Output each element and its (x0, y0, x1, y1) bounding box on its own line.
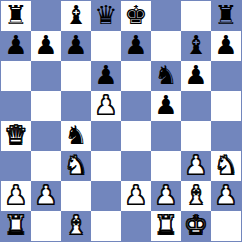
square-h6[interactable] (211, 61, 241, 91)
square-e6[interactable] (121, 61, 151, 91)
square-g5[interactable] (181, 91, 211, 121)
square-b4[interactable] (31, 121, 61, 151)
square-e1[interactable] (121, 211, 151, 241)
square-d1[interactable] (91, 211, 121, 241)
square-d2[interactable] (91, 181, 121, 211)
square-g1[interactable]: ♚ (181, 211, 211, 241)
square-e4[interactable] (121, 121, 151, 151)
square-a4[interactable]: ♛ (1, 121, 31, 151)
square-a2[interactable]: ♟ (1, 181, 31, 211)
black-queen-piece[interactable]: ♛ (94, 2, 117, 28)
square-h7[interactable]: ♟ (211, 31, 241, 61)
black-rook-piece[interactable]: ♜ (4, 2, 27, 28)
black-pawn-piece[interactable]: ♟ (4, 32, 27, 58)
black-bishop-piece[interactable]: ♝ (184, 32, 207, 58)
square-h2[interactable]: ♟ (211, 181, 241, 211)
black-pawn-piece[interactable]: ♟ (94, 62, 117, 88)
square-h8[interactable]: ♜ (211, 1, 241, 31)
black-knight-piece[interactable]: ♞ (64, 122, 87, 148)
square-e8[interactable]: ♚ (121, 1, 151, 31)
square-b3[interactable] (31, 151, 61, 181)
black-pawn-piece[interactable]: ♟ (34, 32, 57, 58)
white-pawn-piece[interactable]: ♟ (214, 182, 237, 208)
square-e3[interactable] (121, 151, 151, 181)
square-g3[interactable]: ♟ (181, 151, 211, 181)
chess-board: ♜♝♛♚♜♟♟♟♟♝♟♟♞♟♟♟♛♞♞♟♞♟♟♟♟♝♟♜♝♜♚ (0, 0, 242, 242)
white-knight-piece[interactable]: ♞ (214, 152, 237, 178)
square-f4[interactable] (151, 121, 181, 151)
white-rook-piece[interactable]: ♜ (4, 212, 27, 238)
square-g4[interactable] (181, 121, 211, 151)
white-queen-piece[interactable]: ♛ (4, 122, 27, 148)
square-b2[interactable]: ♟ (31, 181, 61, 211)
square-a7[interactable]: ♟ (1, 31, 31, 61)
white-king-piece[interactable]: ♚ (184, 212, 207, 238)
black-pawn-piece[interactable]: ♟ (184, 62, 207, 88)
black-pawn-piece[interactable]: ♟ (124, 32, 147, 58)
square-c4[interactable]: ♞ (61, 121, 91, 151)
square-b6[interactable] (31, 61, 61, 91)
white-pawn-piece[interactable]: ♟ (4, 182, 27, 208)
white-bishop-piece[interactable]: ♝ (184, 182, 207, 208)
square-d8[interactable]: ♛ (91, 1, 121, 31)
white-bishop-piece[interactable]: ♝ (64, 212, 87, 238)
square-a6[interactable] (1, 61, 31, 91)
black-rook-piece[interactable]: ♜ (214, 2, 237, 28)
square-b8[interactable] (31, 1, 61, 31)
square-d6[interactable]: ♟ (91, 61, 121, 91)
square-f1[interactable]: ♜ (151, 211, 181, 241)
square-d4[interactable] (91, 121, 121, 151)
white-pawn-piece[interactable]: ♟ (184, 152, 207, 178)
square-e2[interactable]: ♟ (121, 181, 151, 211)
white-pawn-piece[interactable]: ♟ (94, 92, 117, 118)
square-b7[interactable]: ♟ (31, 31, 61, 61)
square-h1[interactable] (211, 211, 241, 241)
black-pawn-piece[interactable]: ♟ (214, 32, 237, 58)
square-d3[interactable] (91, 151, 121, 181)
black-king-piece[interactable]: ♚ (124, 2, 147, 28)
square-f8[interactable] (151, 1, 181, 31)
black-pawn-piece[interactable]: ♟ (64, 32, 87, 58)
white-pawn-piece[interactable]: ♟ (124, 182, 147, 208)
white-pawn-piece[interactable]: ♟ (34, 182, 57, 208)
square-f6[interactable]: ♞ (151, 61, 181, 91)
square-d5[interactable]: ♟ (91, 91, 121, 121)
square-h5[interactable] (211, 91, 241, 121)
square-f2[interactable]: ♟ (151, 181, 181, 211)
square-c1[interactable]: ♝ (61, 211, 91, 241)
square-e7[interactable]: ♟ (121, 31, 151, 61)
square-a1[interactable]: ♜ (1, 211, 31, 241)
square-c8[interactable]: ♝ (61, 1, 91, 31)
square-d7[interactable] (91, 31, 121, 61)
square-g2[interactable]: ♝ (181, 181, 211, 211)
square-f7[interactable] (151, 31, 181, 61)
square-a8[interactable]: ♜ (1, 1, 31, 31)
white-rook-piece[interactable]: ♜ (154, 212, 177, 238)
square-f5[interactable]: ♟ (151, 91, 181, 121)
square-g8[interactable] (181, 1, 211, 31)
square-a5[interactable] (1, 91, 31, 121)
white-pawn-piece[interactable]: ♟ (154, 182, 177, 208)
square-c6[interactable] (61, 61, 91, 91)
square-c5[interactable] (61, 91, 91, 121)
white-knight-piece[interactable]: ♞ (64, 152, 87, 178)
square-e5[interactable] (121, 91, 151, 121)
square-b5[interactable] (31, 91, 61, 121)
black-pawn-piece[interactable]: ♟ (154, 92, 177, 118)
square-b1[interactable] (31, 211, 61, 241)
square-g7[interactable]: ♝ (181, 31, 211, 61)
square-f3[interactable] (151, 151, 181, 181)
square-c3[interactable]: ♞ (61, 151, 91, 181)
square-c7[interactable]: ♟ (61, 31, 91, 61)
square-h3[interactable]: ♞ (211, 151, 241, 181)
square-c2[interactable] (61, 181, 91, 211)
square-h4[interactable] (211, 121, 241, 151)
square-a3[interactable] (1, 151, 31, 181)
black-knight-piece[interactable]: ♞ (154, 62, 177, 88)
black-bishop-piece[interactable]: ♝ (64, 2, 87, 28)
square-g6[interactable]: ♟ (181, 61, 211, 91)
